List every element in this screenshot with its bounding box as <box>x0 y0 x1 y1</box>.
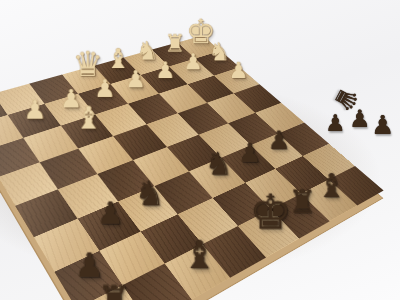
square-e3[interactable] <box>128 94 178 125</box>
piece-white-knight-h2[interactable]: ♞ <box>208 41 230 64</box>
piece-black-pawn-f6[interactable]: ♟ <box>238 140 261 165</box>
piece-white-king-h1[interactable]: ♚ <box>186 16 216 48</box>
piece-black-king-e8[interactable]: ♚ <box>249 190 292 235</box>
square-h2[interactable]: ♞ <box>195 51 239 76</box>
square-f1[interactable]: ♞ <box>124 50 169 75</box>
square-f3[interactable] <box>158 84 206 113</box>
captured-black-pawn-2[interactable]: ♟ <box>325 110 346 136</box>
piece-black-rook-f8[interactable]: ♜ <box>288 188 316 218</box>
board-perspective-wrap: ♜♛♝♞♜♚♟♟♟♟♟♟♟♞♝♟♟♞♞♟♟♟♜♝♚♜♝ <box>0 0 347 300</box>
piece-black-pawn-g6[interactable]: ♟ <box>267 128 290 152</box>
square-h3[interactable]: ♟ <box>214 67 260 93</box>
piece-black-bishop-c8[interactable]: ♝ <box>182 238 216 274</box>
piece-black-bishop-g8[interactable]: ♝ <box>317 171 346 202</box>
piece-white-pawn-h3[interactable]: ♟ <box>229 60 249 81</box>
square-g1[interactable]: ♜ <box>152 42 196 66</box>
square-g2[interactable]: ♟ <box>169 58 214 84</box>
square-d1[interactable]: ♛ <box>62 66 110 94</box>
piece-white-pawn-e2[interactable]: ♟ <box>125 68 146 90</box>
piece-white-bishop-e1[interactable]: ♝ <box>106 46 130 72</box>
square-h1[interactable]: ♚ <box>178 36 221 59</box>
piece-white-pawn-g2[interactable]: ♟ <box>183 51 203 72</box>
square-h5[interactable] <box>255 103 304 134</box>
square-h6[interactable] <box>278 122 329 155</box>
square-e2[interactable]: ♟ <box>110 75 158 104</box>
piece-white-pawn-f2[interactable]: ♟ <box>155 59 175 81</box>
piece-black-pawn-b6[interactable]: ♟ <box>97 199 124 228</box>
square-e1[interactable]: ♝ <box>94 58 140 84</box>
piece-white-pawn-a2[interactable]: ♟ <box>0 109 8 135</box>
captured-black-pawn-3[interactable]: ♟ <box>349 105 371 133</box>
piece-black-knight-e6[interactable]: ♞ <box>205 149 233 179</box>
piece-white-pawn-d2[interactable]: ♟ <box>94 77 116 100</box>
square-h4[interactable] <box>234 84 281 112</box>
piece-black-knight-c6[interactable]: ♞ <box>134 178 164 210</box>
square-g3[interactable] <box>187 75 234 103</box>
chess-scene: ♜♛♝♞♜♚♟♟♟♟♟♟♟♞♝♟♟♞♞♟♟♟♜♝♚♜♝ ♛♟♟♟ <box>0 0 400 300</box>
piece-white-knight-f1[interactable]: ♞ <box>136 39 159 63</box>
square-d3[interactable] <box>95 103 146 136</box>
square-d4[interactable] <box>114 124 167 160</box>
square-c1[interactable] <box>29 74 78 103</box>
square-f4[interactable] <box>178 103 228 135</box>
piece-white-pawn-b2[interactable]: ♟ <box>23 97 46 122</box>
captured-black-pawn-4[interactable]: ♟ <box>371 110 394 140</box>
piece-white-queen-d1[interactable]: ♛ <box>72 48 103 80</box>
piece-black-rook-a8[interactable]: ♜ <box>97 283 132 300</box>
piece-white-rook-g1[interactable]: ♜ <box>164 33 185 56</box>
square-g4[interactable] <box>207 93 256 123</box>
square-f2[interactable]: ♟ <box>140 66 187 93</box>
piece-white-bishop-c3[interactable]: ♝ <box>74 103 102 132</box>
square-e4[interactable] <box>147 113 199 147</box>
